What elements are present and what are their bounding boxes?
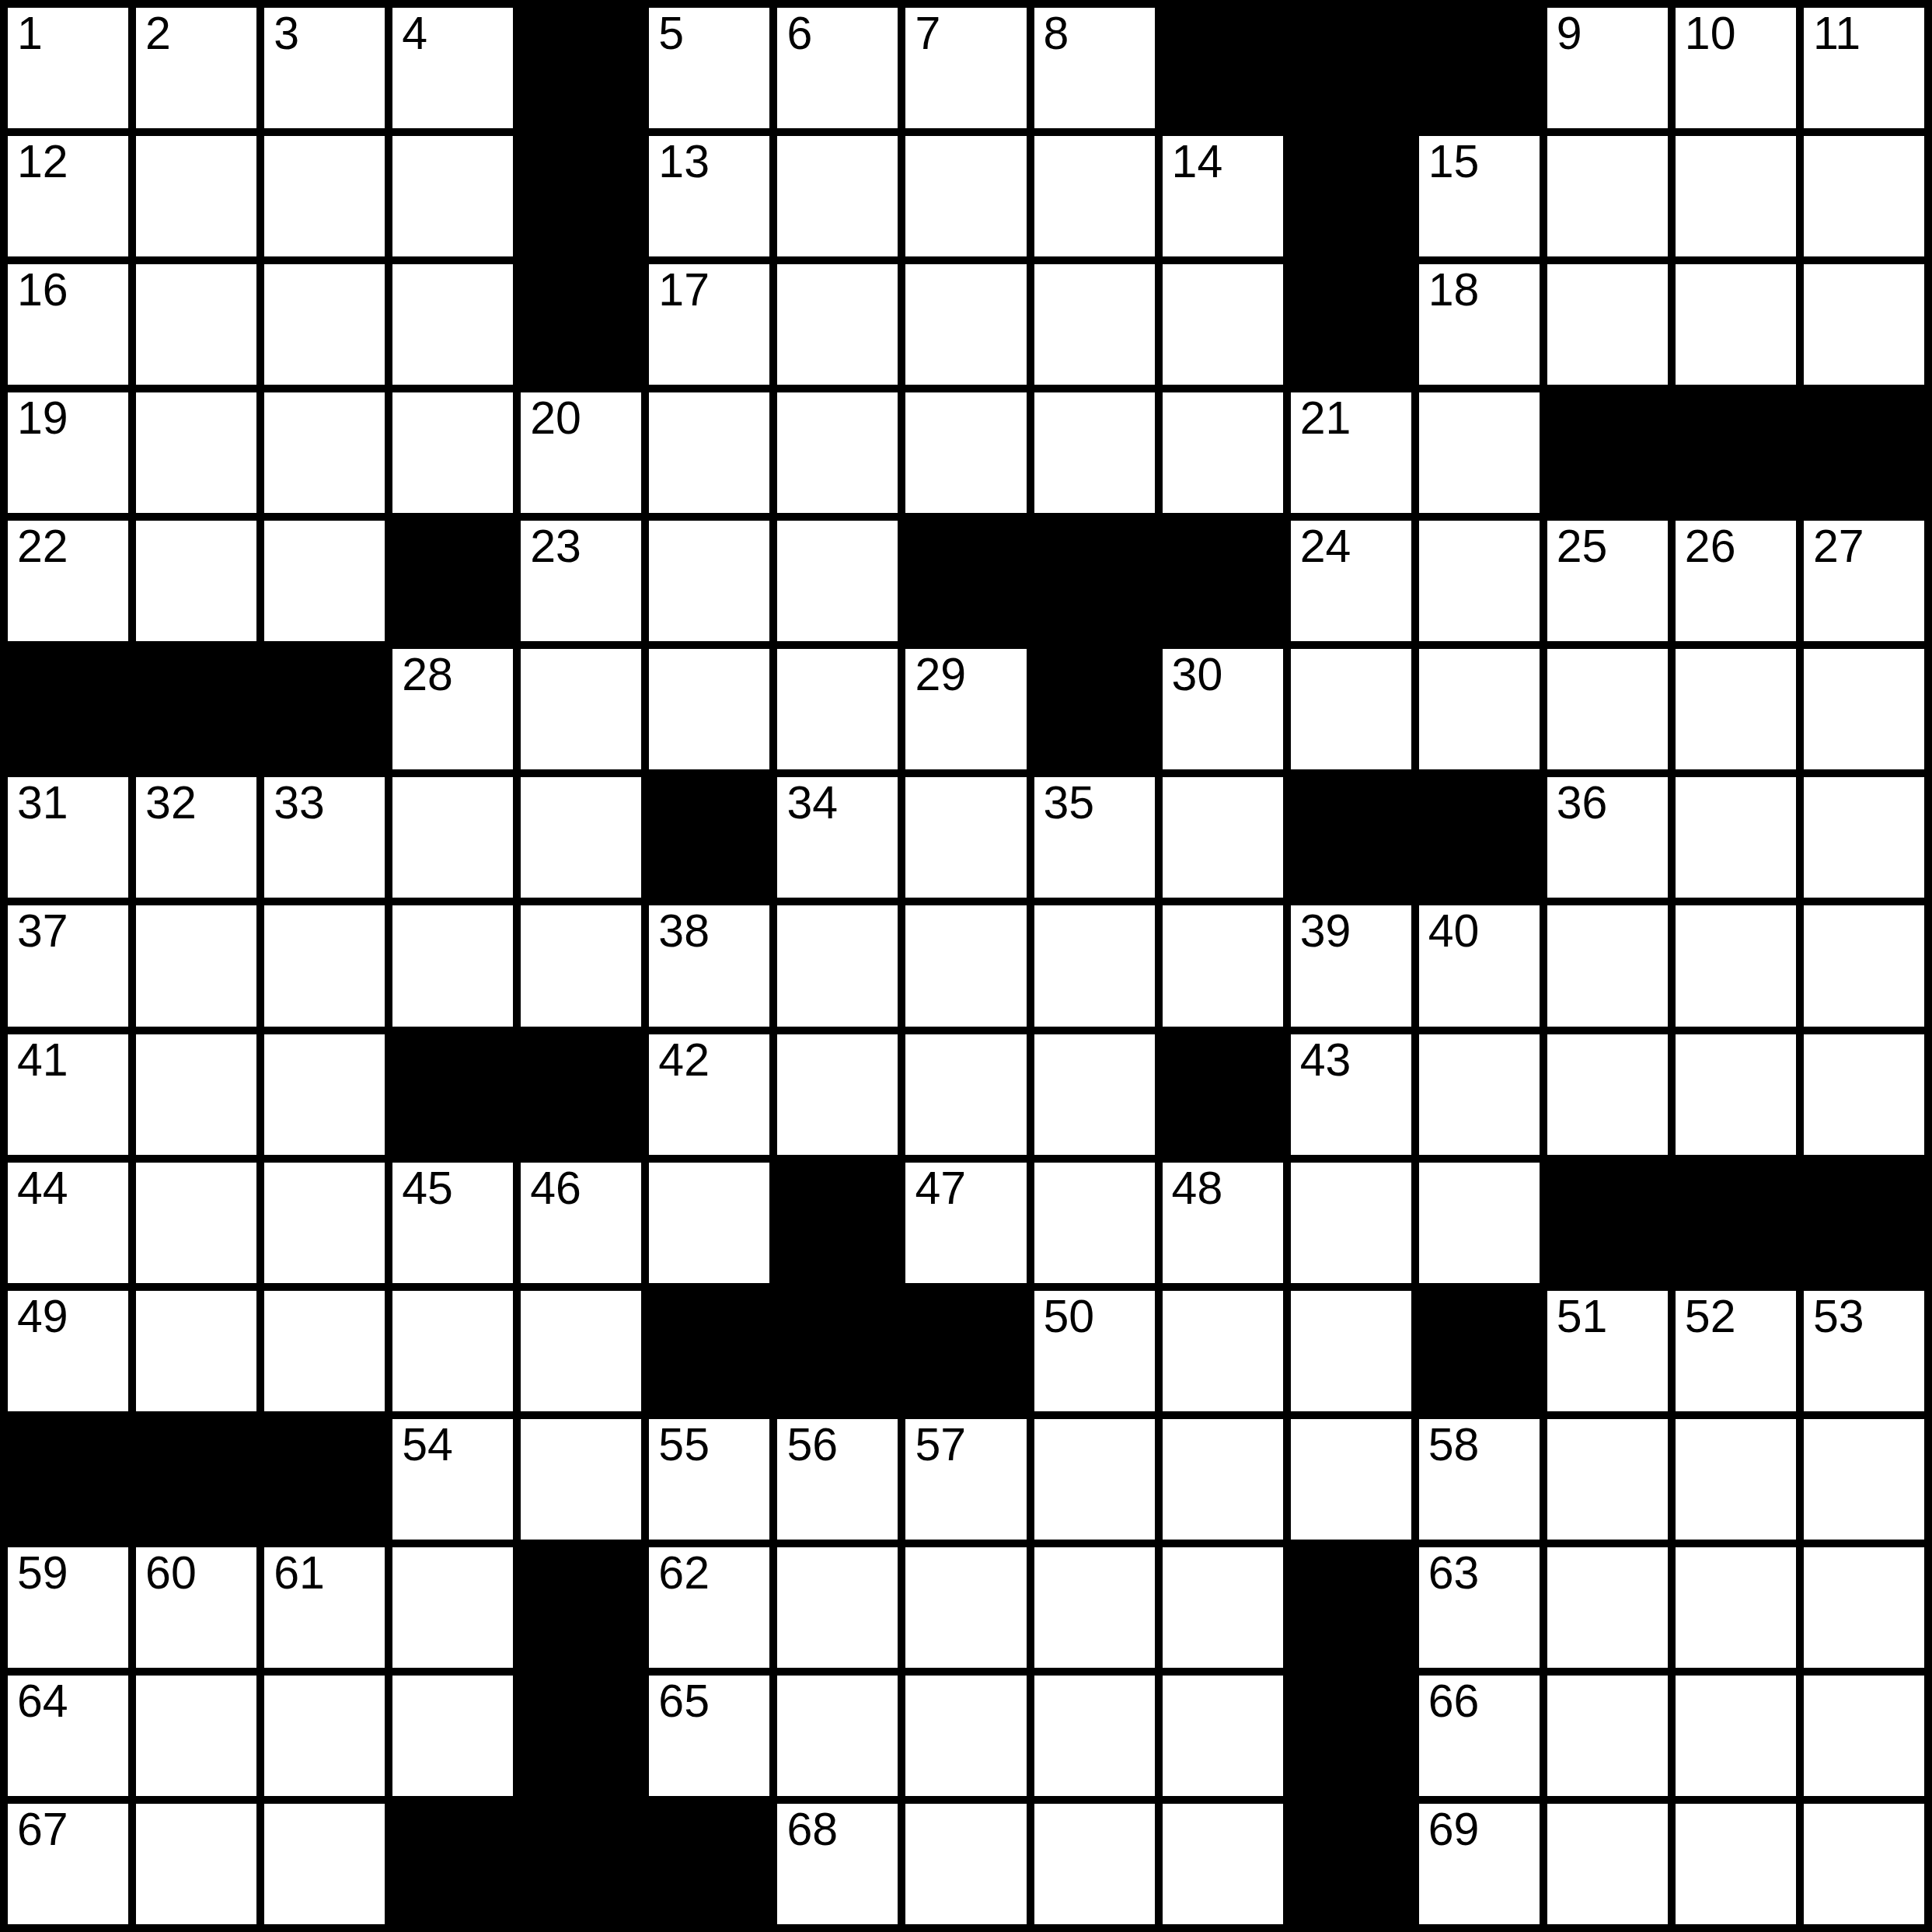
white-cell[interactable]: [777, 392, 898, 513]
white-cell[interactable]: [905, 1804, 1026, 1924]
white-cell[interactable]: 26: [1676, 521, 1796, 641]
clue-number: 61: [274, 1550, 325, 1596]
clue-number: 3: [274, 11, 299, 57]
black-cell: [1419, 1291, 1540, 1411]
white-cell[interactable]: [1034, 1547, 1155, 1668]
white-cell[interactable]: [1547, 1034, 1668, 1155]
white-cell[interactable]: 33: [264, 777, 385, 898]
clue-number: 23: [530, 524, 581, 570]
white-cell[interactable]: [1804, 649, 1924, 769]
white-cell[interactable]: 34: [777, 777, 898, 898]
clue-number: 32: [145, 780, 197, 826]
white-cell[interactable]: 11: [1804, 8, 1924, 128]
black-cell: [1163, 1034, 1283, 1155]
black-cell: [1291, 8, 1411, 128]
white-cell[interactable]: 49: [8, 1291, 128, 1411]
clue-number: 21: [1300, 396, 1351, 441]
clue-number: 66: [1428, 1679, 1480, 1725]
black-cell: [1291, 1676, 1411, 1796]
white-cell[interactable]: 7: [905, 8, 1026, 128]
crossword-grid: 1234567891011121314151617181920212223242…: [0, 0, 1932, 1932]
white-cell[interactable]: [264, 1291, 385, 1411]
clue-number: 51: [1557, 1294, 1608, 1340]
white-cell[interactable]: [905, 264, 1026, 385]
white-cell[interactable]: [777, 1547, 898, 1668]
white-cell[interactable]: [1034, 905, 1155, 1026]
white-cell[interactable]: [1804, 1419, 1924, 1540]
clue-number: 44: [17, 1166, 68, 1212]
clue-number: 37: [17, 908, 68, 954]
white-cell[interactable]: 37: [8, 905, 128, 1026]
white-cell[interactable]: [1804, 264, 1924, 385]
white-cell[interactable]: 61: [264, 1547, 385, 1668]
white-cell[interactable]: 35: [1034, 777, 1155, 898]
white-cell[interactable]: [1163, 777, 1283, 898]
black-cell: [521, 1804, 641, 1924]
white-cell[interactable]: 32: [136, 777, 256, 898]
white-cell[interactable]: [649, 1163, 769, 1283]
white-cell[interactable]: [1034, 1163, 1155, 1283]
white-cell[interactable]: [264, 392, 385, 513]
white-cell[interactable]: 50: [1034, 1291, 1155, 1411]
white-cell[interactable]: 60: [136, 1547, 256, 1668]
white-cell[interactable]: [649, 521, 769, 641]
white-cell[interactable]: 58: [1419, 1419, 1540, 1540]
white-cell[interactable]: [905, 1676, 1026, 1796]
clue-number: 38: [658, 908, 710, 954]
white-cell[interactable]: [1676, 1419, 1796, 1540]
clue-number: 40: [1428, 908, 1480, 954]
clue-number: 36: [1557, 780, 1608, 826]
black-cell: [649, 1291, 769, 1411]
clue-number: 56: [786, 1422, 838, 1468]
white-cell[interactable]: [136, 264, 256, 385]
white-cell[interactable]: [392, 264, 513, 385]
white-cell[interactable]: 38: [649, 905, 769, 1026]
white-cell[interactable]: [1547, 905, 1668, 1026]
white-cell[interactable]: 25: [1547, 521, 1668, 641]
white-cell[interactable]: 14: [1163, 136, 1283, 256]
white-cell[interactable]: 1: [8, 8, 128, 128]
clue-number: 17: [658, 267, 710, 313]
white-cell[interactable]: [1163, 1291, 1283, 1411]
black-cell: [1291, 777, 1411, 898]
white-cell[interactable]: 56: [777, 1419, 898, 1540]
clue-number: 20: [530, 396, 581, 441]
white-cell[interactable]: [521, 649, 641, 769]
white-cell[interactable]: [1804, 905, 1924, 1026]
white-cell[interactable]: [392, 1676, 513, 1796]
white-cell[interactable]: 48: [1163, 1163, 1283, 1283]
black-cell: [521, 1676, 641, 1796]
black-cell: [649, 1804, 769, 1924]
clue-number: 15: [1428, 139, 1480, 185]
white-cell[interactable]: 31: [8, 777, 128, 898]
white-cell[interactable]: [1676, 264, 1796, 385]
white-cell[interactable]: [392, 1547, 513, 1668]
white-cell[interactable]: [777, 521, 898, 641]
white-cell[interactable]: [1547, 1676, 1668, 1796]
white-cell[interactable]: 20: [521, 392, 641, 513]
black-cell: [8, 1419, 128, 1540]
white-cell[interactable]: [1163, 1804, 1283, 1924]
white-cell[interactable]: [1163, 1676, 1283, 1796]
clue-number: 19: [17, 396, 68, 441]
black-cell: [1291, 1547, 1411, 1668]
black-cell: [392, 1804, 513, 1924]
clue-number: 52: [1685, 1294, 1736, 1340]
clue-number: 31: [17, 780, 68, 826]
white-cell[interactable]: 66: [1419, 1676, 1540, 1796]
white-cell[interactable]: [1547, 649, 1668, 769]
clue-number: 49: [17, 1294, 68, 1340]
clue-number: 55: [658, 1422, 710, 1468]
white-cell[interactable]: [905, 905, 1026, 1026]
clue-number: 58: [1428, 1422, 1480, 1468]
white-cell[interactable]: [777, 649, 898, 769]
white-cell[interactable]: 16: [8, 264, 128, 385]
white-cell[interactable]: 59: [8, 1547, 128, 1668]
white-cell[interactable]: [1547, 1419, 1668, 1540]
white-cell[interactable]: 65: [649, 1676, 769, 1796]
white-cell[interactable]: [1804, 1804, 1924, 1924]
clue-number: 62: [658, 1550, 710, 1596]
white-cell[interactable]: [1419, 1034, 1540, 1155]
white-cell[interactable]: [1804, 1547, 1924, 1668]
black-cell: [1163, 521, 1283, 641]
white-cell[interactable]: [1419, 649, 1540, 769]
clue-number: 5: [658, 11, 684, 57]
clue-number: 34: [786, 780, 838, 826]
white-cell[interactable]: [777, 1676, 898, 1796]
white-cell[interactable]: 10: [1676, 8, 1796, 128]
white-cell[interactable]: 30: [1163, 649, 1283, 769]
clue-number: 28: [402, 652, 453, 698]
clue-number: 16: [17, 267, 68, 313]
white-cell[interactable]: [1419, 1163, 1540, 1283]
clue-number: 22: [17, 524, 68, 570]
clue-number: 67: [17, 1807, 68, 1853]
white-cell[interactable]: [1676, 1034, 1796, 1155]
white-cell[interactable]: 24: [1291, 521, 1411, 641]
clue-number: 18: [1428, 267, 1480, 313]
white-cell[interactable]: [1676, 1804, 1796, 1924]
white-cell[interactable]: [1163, 264, 1283, 385]
black-cell: [521, 1547, 641, 1668]
white-cell[interactable]: 42: [649, 1034, 769, 1155]
black-cell: [392, 1034, 513, 1155]
white-cell[interactable]: [136, 392, 256, 513]
clue-number: 41: [17, 1037, 68, 1083]
white-cell[interactable]: 29: [905, 649, 1026, 769]
clue-number: 1: [17, 11, 43, 57]
black-cell: [521, 264, 641, 385]
white-cell[interactable]: [1034, 136, 1155, 256]
white-cell[interactable]: [136, 136, 256, 256]
white-cell[interactable]: [1034, 1034, 1155, 1155]
white-cell[interactable]: [1034, 392, 1155, 513]
white-cell[interactable]: 21: [1291, 392, 1411, 513]
white-cell[interactable]: 64: [8, 1676, 128, 1796]
white-cell[interactable]: 47: [905, 1163, 1026, 1283]
clue-number: 12: [17, 139, 68, 185]
white-cell[interactable]: [1163, 392, 1283, 513]
white-cell[interactable]: 6: [777, 8, 898, 128]
white-cell[interactable]: [136, 521, 256, 641]
white-cell[interactable]: 67: [8, 1804, 128, 1924]
white-cell[interactable]: 2: [136, 8, 256, 128]
white-cell[interactable]: 19: [8, 392, 128, 513]
black-cell: [1034, 521, 1155, 641]
white-cell[interactable]: [1676, 649, 1796, 769]
white-cell[interactable]: [392, 777, 513, 898]
white-cell[interactable]: [264, 136, 385, 256]
clue-number: 35: [1044, 780, 1095, 826]
clue-number: 69: [1428, 1807, 1480, 1853]
black-cell: [264, 649, 385, 769]
clue-number: 25: [1557, 524, 1608, 570]
clue-number: 8: [1044, 11, 1069, 57]
black-cell: [777, 1291, 898, 1411]
white-cell[interactable]: [392, 136, 513, 256]
white-cell[interactable]: [264, 1034, 385, 1155]
white-cell[interactable]: 17: [649, 264, 769, 385]
black-cell: [777, 1163, 898, 1283]
white-cell[interactable]: [136, 1034, 256, 1155]
white-cell[interactable]: [521, 1419, 641, 1540]
clue-number: 48: [1172, 1166, 1223, 1212]
white-cell[interactable]: 62: [649, 1547, 769, 1668]
white-cell[interactable]: 69: [1419, 1804, 1540, 1924]
white-cell[interactable]: 53: [1804, 1291, 1924, 1411]
white-cell[interactable]: 3: [264, 8, 385, 128]
white-cell[interactable]: [1419, 521, 1540, 641]
clue-number: 63: [1428, 1550, 1480, 1596]
clue-number: 26: [1685, 524, 1736, 570]
black-cell: [1163, 8, 1283, 128]
black-cell: [905, 521, 1026, 641]
white-cell[interactable]: 5: [649, 8, 769, 128]
clue-number: 6: [786, 11, 812, 57]
white-cell[interactable]: [264, 1676, 385, 1796]
clue-number: 14: [1172, 139, 1223, 185]
clue-number: 10: [1685, 11, 1736, 57]
white-cell[interactable]: [136, 905, 256, 1026]
white-cell[interactable]: 46: [521, 1163, 641, 1283]
clue-number: 60: [145, 1550, 197, 1596]
clue-number: 47: [915, 1166, 966, 1212]
white-cell[interactable]: 54: [392, 1419, 513, 1540]
white-cell[interactable]: [392, 392, 513, 513]
white-cell[interactable]: [1163, 905, 1283, 1026]
clue-number: 2: [145, 11, 171, 57]
clue-number: 50: [1044, 1294, 1095, 1340]
white-cell[interactable]: [777, 264, 898, 385]
white-cell[interactable]: [264, 521, 385, 641]
clue-number: 29: [915, 652, 966, 698]
white-cell[interactable]: 13: [649, 136, 769, 256]
white-cell[interactable]: 27: [1804, 521, 1924, 641]
black-cell: [649, 777, 769, 898]
white-cell[interactable]: 18: [1419, 264, 1540, 385]
clue-number: 39: [1300, 908, 1351, 954]
white-cell[interactable]: [1163, 1547, 1283, 1668]
white-cell[interactable]: [1034, 1804, 1155, 1924]
white-cell[interactable]: [905, 392, 1026, 513]
white-cell[interactable]: [521, 777, 641, 898]
white-cell[interactable]: [777, 1034, 898, 1155]
black-cell: [1676, 392, 1796, 513]
white-cell[interactable]: 44: [8, 1163, 128, 1283]
white-cell[interactable]: 28: [392, 649, 513, 769]
clue-number: 7: [915, 11, 940, 57]
white-cell[interactable]: 12: [8, 136, 128, 256]
white-cell[interactable]: [1547, 264, 1668, 385]
white-cell[interactable]: [1291, 1419, 1411, 1540]
white-cell[interactable]: 45: [392, 1163, 513, 1283]
white-cell[interactable]: 43: [1291, 1034, 1411, 1155]
white-cell[interactable]: [1419, 392, 1540, 513]
clue-number: 46: [530, 1166, 581, 1212]
clue-number: 30: [1172, 652, 1223, 698]
white-cell[interactable]: [1676, 136, 1796, 256]
white-cell[interactable]: 40: [1419, 905, 1540, 1026]
white-cell[interactable]: 39: [1291, 905, 1411, 1026]
clue-number: 33: [274, 780, 325, 826]
clue-number: 27: [1813, 524, 1864, 570]
white-cell[interactable]: [136, 1163, 256, 1283]
white-cell[interactable]: [1676, 1547, 1796, 1668]
white-cell[interactable]: [905, 136, 1026, 256]
clue-number: 11: [1813, 11, 1861, 57]
white-cell[interactable]: [905, 777, 1026, 898]
white-cell[interactable]: 57: [905, 1419, 1026, 1540]
white-cell[interactable]: [905, 1034, 1026, 1155]
black-cell: [1804, 392, 1924, 513]
black-cell: [8, 649, 128, 769]
clue-number: 68: [786, 1807, 838, 1853]
black-cell: [1547, 1163, 1668, 1283]
white-cell[interactable]: 23: [521, 521, 641, 641]
white-cell[interactable]: [1034, 264, 1155, 385]
white-cell[interactable]: [1676, 777, 1796, 898]
black-cell: [392, 521, 513, 641]
black-cell: [264, 1419, 385, 1540]
white-cell[interactable]: 63: [1419, 1547, 1540, 1668]
white-cell[interactable]: 55: [649, 1419, 769, 1540]
black-cell: [1291, 136, 1411, 256]
clue-number: 13: [658, 139, 710, 185]
clue-number: 65: [658, 1679, 710, 1725]
white-cell[interactable]: [649, 392, 769, 513]
white-cell[interactable]: 4: [392, 8, 513, 128]
white-cell[interactable]: [777, 136, 898, 256]
black-cell: [521, 1034, 641, 1155]
white-cell[interactable]: 36: [1547, 777, 1668, 898]
white-cell[interactable]: [1163, 1419, 1283, 1540]
white-cell[interactable]: [136, 1804, 256, 1924]
clue-number: 4: [402, 11, 427, 57]
white-cell[interactable]: [649, 649, 769, 769]
white-cell[interactable]: [1547, 1804, 1668, 1924]
clue-number: 57: [915, 1422, 966, 1468]
white-cell[interactable]: [1676, 905, 1796, 1026]
white-cell[interactable]: [1804, 136, 1924, 256]
black-cell: [1804, 1163, 1924, 1283]
white-cell[interactable]: [1676, 1676, 1796, 1796]
white-cell[interactable]: [1291, 1163, 1411, 1283]
white-cell[interactable]: [1291, 1291, 1411, 1411]
white-cell[interactable]: 52: [1676, 1291, 1796, 1411]
white-cell[interactable]: 51: [1547, 1291, 1668, 1411]
black-cell: [521, 136, 641, 256]
black-cell: [1676, 1163, 1796, 1283]
white-cell[interactable]: [264, 1163, 385, 1283]
black-cell: [521, 8, 641, 128]
clue-number: 24: [1300, 524, 1351, 570]
white-cell[interactable]: [777, 905, 898, 1026]
white-cell[interactable]: [521, 905, 641, 1026]
black-cell: [1291, 1804, 1411, 1924]
white-cell[interactable]: [392, 905, 513, 1026]
white-cell[interactable]: 22: [8, 521, 128, 641]
white-cell[interactable]: [392, 1291, 513, 1411]
white-cell[interactable]: 68: [777, 1804, 898, 1924]
clue-number: 45: [402, 1166, 453, 1212]
white-cell[interactable]: 15: [1419, 136, 1540, 256]
black-cell: [1419, 8, 1540, 128]
black-cell: [1034, 649, 1155, 769]
white-cell[interactable]: [1034, 1676, 1155, 1796]
clue-number: 54: [402, 1422, 453, 1468]
white-cell[interactable]: 8: [1034, 8, 1155, 128]
clue-number: 59: [17, 1550, 68, 1596]
white-cell[interactable]: [521, 1291, 641, 1411]
white-cell[interactable]: [136, 1291, 256, 1411]
white-cell[interactable]: [1547, 1547, 1668, 1668]
white-cell[interactable]: [1034, 1419, 1155, 1540]
white-cell[interactable]: [264, 264, 385, 385]
white-cell[interactable]: [136, 1676, 256, 1796]
clue-number: 64: [17, 1679, 68, 1725]
black-cell: [136, 649, 256, 769]
white-cell[interactable]: 9: [1547, 8, 1668, 128]
white-cell[interactable]: [1804, 777, 1924, 898]
white-cell[interactable]: [264, 1804, 385, 1924]
clue-number: 9: [1557, 11, 1582, 57]
black-cell: [1291, 264, 1411, 385]
clue-number: 53: [1813, 1294, 1864, 1340]
white-cell[interactable]: [1547, 136, 1668, 256]
white-cell[interactable]: [264, 905, 385, 1026]
clue-number: 42: [658, 1037, 710, 1083]
black-cell: [905, 1291, 1026, 1411]
black-cell: [1419, 777, 1540, 898]
clue-number: 43: [1300, 1037, 1351, 1083]
white-cell[interactable]: [1804, 1034, 1924, 1155]
white-cell[interactable]: [905, 1547, 1026, 1668]
white-cell[interactable]: [1291, 649, 1411, 769]
white-cell[interactable]: 41: [8, 1034, 128, 1155]
white-cell[interactable]: [1804, 1676, 1924, 1796]
black-cell: [136, 1419, 256, 1540]
black-cell: [1547, 392, 1668, 513]
